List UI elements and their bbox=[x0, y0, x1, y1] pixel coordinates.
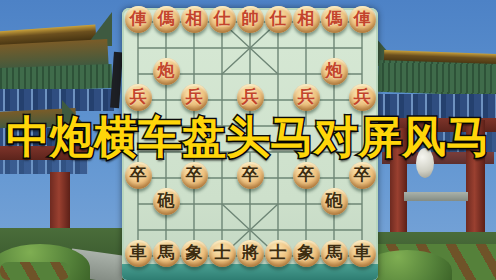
piece-black-horse-left[interactable]: 馬 bbox=[153, 240, 180, 267]
piece-character: 帥 bbox=[242, 10, 259, 27]
piece-red-chariot-right[interactable]: 俥 bbox=[349, 6, 376, 33]
piece-red-cannon-right[interactable]: 炮 bbox=[321, 58, 348, 85]
piece-black-soldier-2[interactable]: 卒 bbox=[181, 162, 208, 189]
piece-black-chariot-right[interactable]: 車 bbox=[349, 240, 376, 267]
piece-character: 象 bbox=[186, 244, 203, 261]
piece-character: 將 bbox=[242, 244, 259, 261]
piece-character: 兵 bbox=[186, 88, 203, 105]
piece-character: 俥 bbox=[354, 10, 371, 27]
piece-red-soldier-3[interactable]: 兵 bbox=[237, 84, 264, 111]
piece-black-soldier-4[interactable]: 卒 bbox=[293, 162, 320, 189]
left-garden-pattern-icon bbox=[0, 262, 70, 280]
piece-character: 卒 bbox=[298, 166, 315, 183]
piece-character: 兵 bbox=[130, 88, 147, 105]
right-tile-band-icon bbox=[377, 60, 496, 96]
piece-red-elephant-right[interactable]: 相 bbox=[293, 6, 320, 33]
piece-character: 仕 bbox=[270, 10, 287, 27]
piece-black-general[interactable]: 將 bbox=[237, 240, 264, 267]
piece-character: 卒 bbox=[354, 166, 371, 183]
piece-character: 卒 bbox=[130, 166, 147, 183]
piece-red-chariot-left[interactable]: 俥 bbox=[125, 6, 152, 33]
piece-red-advisor-left[interactable]: 仕 bbox=[209, 6, 236, 33]
piece-character: 馬 bbox=[326, 244, 343, 261]
piece-black-soldier-5[interactable]: 卒 bbox=[349, 162, 376, 189]
left-dougong-band-icon bbox=[0, 89, 114, 111]
piece-red-elephant-left[interactable]: 相 bbox=[181, 6, 208, 33]
piece-character: 車 bbox=[130, 244, 147, 261]
piece-character: 仕 bbox=[214, 10, 231, 27]
piece-red-horse-right[interactable]: 傌 bbox=[321, 6, 348, 33]
piece-character: 炮 bbox=[158, 62, 175, 79]
piece-character: 俥 bbox=[130, 10, 147, 27]
piece-red-general[interactable]: 帥 bbox=[237, 6, 264, 33]
piece-character: 卒 bbox=[242, 166, 259, 183]
piece-character: 兵 bbox=[354, 88, 371, 105]
piece-character: 砲 bbox=[326, 192, 343, 209]
piece-character: 傌 bbox=[158, 10, 175, 27]
piece-character: 相 bbox=[186, 10, 203, 27]
piece-black-advisor-left[interactable]: 士 bbox=[209, 240, 236, 267]
left-tile-band-icon bbox=[0, 64, 112, 92]
piece-character: 士 bbox=[214, 244, 231, 261]
piece-black-soldier-3[interactable]: 卒 bbox=[237, 162, 264, 189]
piece-character: 象 bbox=[298, 244, 315, 261]
piece-red-horse-left[interactable]: 傌 bbox=[153, 6, 180, 33]
piece-character: 兵 bbox=[242, 88, 259, 105]
piece-red-soldier-1[interactable]: 兵 bbox=[125, 84, 152, 111]
piece-black-elephant-left[interactable]: 象 bbox=[181, 240, 208, 267]
piece-character: 車 bbox=[354, 244, 371, 261]
right-crossbeam-icon bbox=[404, 192, 468, 201]
piece-black-chariot-left[interactable]: 車 bbox=[125, 240, 152, 267]
piece-character: 兵 bbox=[298, 88, 315, 105]
piece-black-elephant-right[interactable]: 象 bbox=[293, 240, 320, 267]
piece-character: 士 bbox=[270, 244, 287, 261]
piece-red-soldier-5[interactable]: 兵 bbox=[349, 84, 376, 111]
piece-black-soldier-1[interactable]: 卒 bbox=[125, 162, 152, 189]
piece-black-cannon-left[interactable]: 砲 bbox=[153, 188, 180, 215]
piece-black-advisor-right[interactable]: 士 bbox=[265, 240, 292, 267]
video-frame: 俥傌相仕帥仕相傌俥炮炮兵兵兵兵兵卒卒卒卒卒砲砲車馬象士將士象馬車 中炮横车盘头马… bbox=[0, 0, 496, 280]
piece-black-cannon-right[interactable]: 砲 bbox=[321, 188, 348, 215]
piece-red-advisor-right[interactable]: 仕 bbox=[265, 6, 292, 33]
piece-character: 砲 bbox=[158, 192, 175, 209]
piece-character: 相 bbox=[298, 10, 315, 27]
piece-red-soldier-2[interactable]: 兵 bbox=[181, 84, 208, 111]
piece-character: 炮 bbox=[326, 62, 343, 79]
piece-black-horse-right[interactable]: 馬 bbox=[321, 240, 348, 267]
piece-red-cannon-left[interactable]: 炮 bbox=[153, 58, 180, 85]
piece-red-soldier-4[interactable]: 兵 bbox=[293, 84, 320, 111]
piece-character: 卒 bbox=[186, 166, 203, 183]
left-dark-pole-icon bbox=[110, 52, 123, 108]
piece-character: 馬 bbox=[158, 244, 175, 261]
title-banner: 中炮横车盘头马对屏风马 bbox=[0, 110, 496, 164]
piece-character: 傌 bbox=[326, 10, 343, 27]
